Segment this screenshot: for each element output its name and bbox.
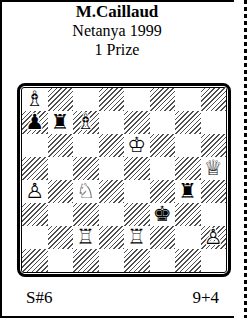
- square-g3: [175, 203, 201, 226]
- square-d4: [99, 180, 125, 203]
- black-rook: ♜: [51, 112, 70, 133]
- square-e3: [124, 203, 150, 226]
- square-b7: ♜: [48, 111, 74, 134]
- square-g1: [175, 249, 201, 272]
- square-g6: [175, 134, 201, 157]
- square-a3: [22, 203, 48, 226]
- square-g5: [175, 157, 201, 180]
- square-a7: ♟: [22, 111, 48, 134]
- square-g8: [175, 88, 201, 111]
- square-h2: ♙: [201, 226, 227, 249]
- square-e1: [124, 249, 150, 272]
- square-g2: [175, 226, 201, 249]
- black-king: ♚: [153, 204, 172, 225]
- square-d2: [99, 226, 125, 249]
- problem-diagram-card: M.Caillaud Netanya 1999 1 Prize ♗♟♜♗♔♕♙♘…: [0, 0, 248, 318]
- square-e5: [124, 157, 150, 180]
- square-h1: [201, 249, 227, 272]
- dashed-column-rule: [244, 0, 247, 318]
- white-pawn: ♙: [25, 181, 44, 202]
- square-e4: [124, 180, 150, 203]
- square-a2: [22, 226, 48, 249]
- square-f4: [150, 180, 176, 203]
- square-f1: [150, 249, 176, 272]
- black-rook: ♜: [178, 181, 197, 202]
- square-h8: [201, 88, 227, 111]
- square-f2: [150, 226, 176, 249]
- white-queen: ♕: [204, 158, 223, 179]
- white-knight: ♘: [76, 181, 95, 202]
- square-h3: [201, 203, 227, 226]
- material-count: 9+4: [192, 289, 219, 307]
- square-h6: [201, 134, 227, 157]
- stipulation-label: S#6: [26, 289, 52, 307]
- stipulation-row: S#6 9+4: [0, 289, 234, 307]
- square-e8: [124, 88, 150, 111]
- author-name: M.Caillaud: [0, 2, 234, 21]
- square-d7: [99, 111, 125, 134]
- square-g7: [175, 111, 201, 134]
- award-label: 1 Prize: [0, 40, 234, 59]
- square-b6: [48, 134, 74, 157]
- chess-board-inner-frame: ♗♟♜♗♔♕♙♘♜♚♖♖♙: [21, 87, 227, 273]
- white-bishop: ♗: [76, 112, 95, 133]
- square-b4: [48, 180, 74, 203]
- white-king: ♔: [127, 135, 146, 156]
- white-bishop: ♗: [25, 89, 44, 110]
- white-rook: ♖: [76, 227, 95, 248]
- square-e7: [124, 111, 150, 134]
- white-pawn: ♙: [204, 227, 223, 248]
- square-b3: [48, 203, 74, 226]
- white-rook: ♖: [127, 227, 146, 248]
- square-d1: [99, 249, 125, 272]
- square-a8: ♗: [22, 88, 48, 111]
- square-d5: [99, 157, 125, 180]
- square-c6: [73, 134, 99, 157]
- square-f5: [150, 157, 176, 180]
- square-a1: [22, 249, 48, 272]
- square-b8: [48, 88, 74, 111]
- square-f6: [150, 134, 176, 157]
- square-f8: [150, 88, 176, 111]
- square-d6: [99, 134, 125, 157]
- square-d3: [99, 203, 125, 226]
- event-name: Netanya 1999: [0, 21, 234, 40]
- square-c1: [73, 249, 99, 272]
- square-e2: ♖: [124, 226, 150, 249]
- square-a6: [22, 134, 48, 157]
- black-pawn: ♟: [25, 112, 44, 133]
- square-g4: ♜: [175, 180, 201, 203]
- square-c7: ♗: [73, 111, 99, 134]
- square-c4: ♘: [73, 180, 99, 203]
- square-e6: ♔: [124, 134, 150, 157]
- square-a5: [22, 157, 48, 180]
- square-c5: [73, 157, 99, 180]
- square-a4: ♙: [22, 180, 48, 203]
- square-b2: [48, 226, 74, 249]
- chess-board-grid: ♗♟♜♗♔♕♙♘♜♚♖♖♙: [22, 88, 226, 272]
- square-b1: [48, 249, 74, 272]
- square-c8: [73, 88, 99, 111]
- square-c3: [73, 203, 99, 226]
- square-c2: ♖: [73, 226, 99, 249]
- square-f3: ♚: [150, 203, 176, 226]
- square-h7: [201, 111, 227, 134]
- caption-block: M.Caillaud Netanya 1999 1 Prize: [0, 2, 234, 59]
- square-d8: [99, 88, 125, 111]
- square-b5: [48, 157, 74, 180]
- square-f7: [150, 111, 176, 134]
- square-h5: ♕: [201, 157, 227, 180]
- square-h4: [201, 180, 227, 203]
- chess-board: ♗♟♜♗♔♕♙♘♜♚♖♖♙: [17, 83, 231, 277]
